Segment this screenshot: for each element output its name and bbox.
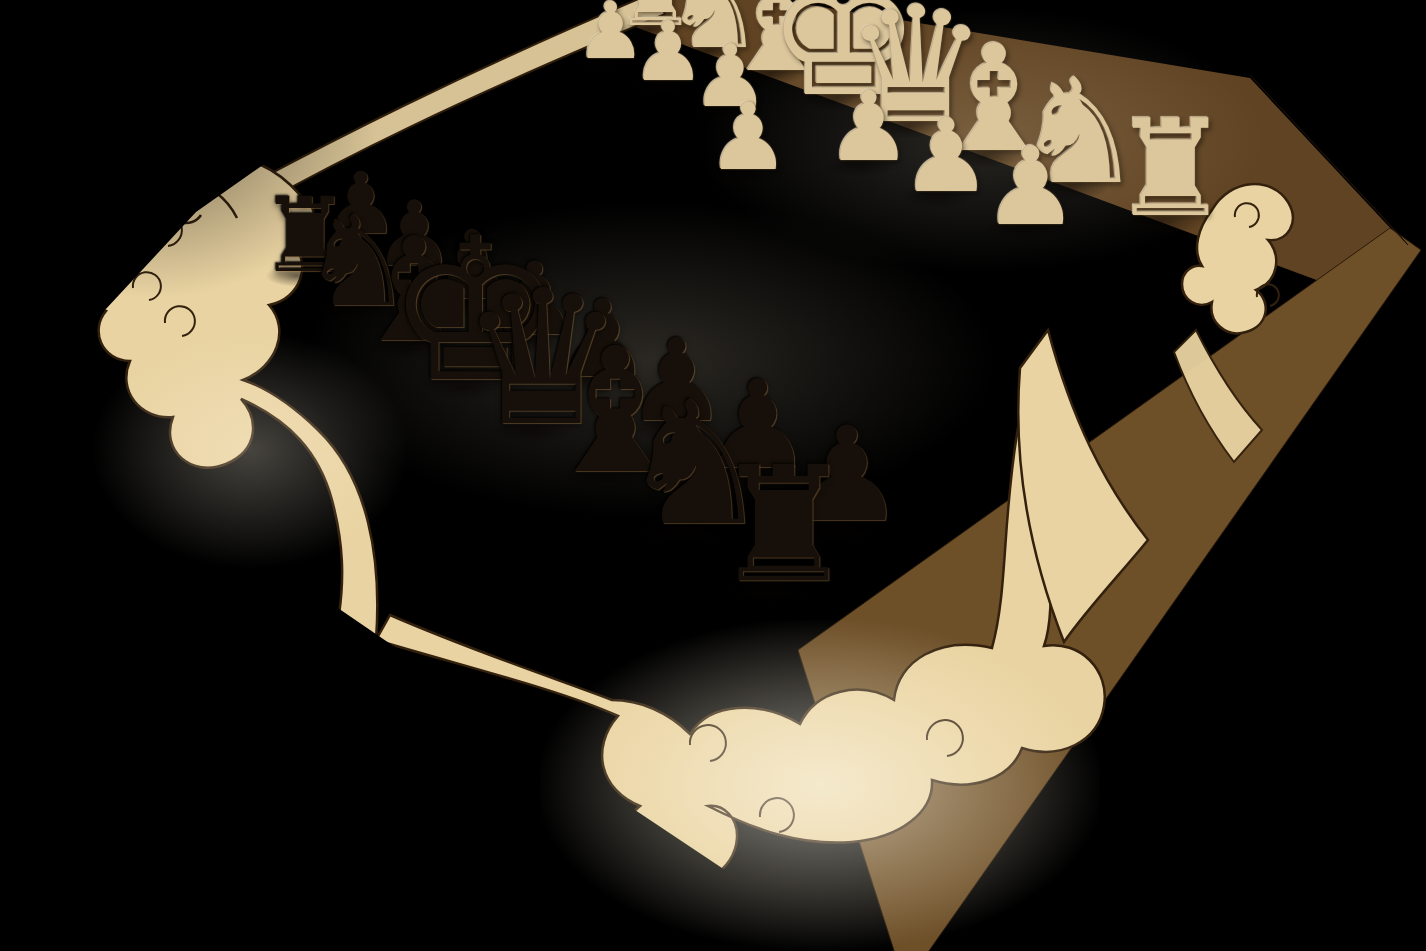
piece-white-rook-a1[interactable]: ♜ xyxy=(1111,103,1231,237)
piece-white-pawn-d2[interactable]: ♟ xyxy=(826,79,912,175)
piece-black-rook-a8[interactable]: ♜ xyxy=(712,446,855,606)
pieces-layer: ♜♞♝♛♚♝♞♜♟♟♟♟♟♟♟♟♜♞♝♛♚♝♞♜♟♟♟♟♟♟♟ xyxy=(0,0,1426,951)
piece-white-pawn-e3[interactable]: ♟ xyxy=(707,91,790,184)
piece-white-pawn-b2[interactable]: ♟ xyxy=(982,133,1079,241)
piece-white-pawn-c2[interactable]: ♟ xyxy=(901,105,992,207)
scene: 8H8H7G7G6F6F5E5E4D4D3C3C2B2B1A1A ♜♞♝♛♚♝♞… xyxy=(0,0,1426,951)
